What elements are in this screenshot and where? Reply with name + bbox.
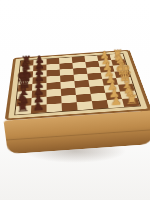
square-e3 bbox=[87, 73, 102, 80]
piece-white-pawn: ♟ bbox=[99, 50, 109, 61]
chess-board: ♜♟♟♜♞♟♟♞♝♟♟♝♚♟♟♚♛♟♟♛♝♟♟♝♞♟♟♞♜♟♟♜ bbox=[14, 53, 141, 115]
chess-box: ♜♟♟♜♞♟♟♞♝♟♟♝♚♟♟♚♛♟♟♛♝♟♟♝♞♟♟♞♜♟♟♜ bbox=[5, 50, 150, 121]
square-c7: ♟ bbox=[32, 90, 47, 98]
square-e7: ♟ bbox=[32, 77, 46, 84]
board-border: ♜♟♟♜♞♟♟♞♝♟♟♝♚♟♟♚♛♟♟♛♝♟♟♝♞♟♟♞♜♟♟♜ bbox=[5, 50, 150, 121]
piece-black-bishop: ♝ bbox=[16, 83, 32, 98]
piece-white-rook: ♜ bbox=[112, 48, 123, 60]
piece-black-rook: ♜ bbox=[20, 54, 32, 66]
chess-set-photo: ♜♟♟♜♞♟♟♞♝♟♟♝♚♟♟♚♛♟♟♛♝♟♟♝♞♟♟♞♜♟♟♜ bbox=[0, 0, 150, 200]
piece-black-pawn: ♟ bbox=[32, 85, 44, 97]
square-a7: ♟ bbox=[31, 104, 47, 113]
square-a3 bbox=[92, 100, 109, 109]
square-a8: ♜ bbox=[15, 105, 31, 114]
square-a5 bbox=[62, 102, 78, 111]
square-e2: ♟ bbox=[101, 72, 116, 79]
piece-black-pawn: ♟ bbox=[34, 54, 45, 65]
square-c4 bbox=[75, 87, 90, 95]
square-c5 bbox=[61, 88, 76, 96]
piece-black-pawn: ♟ bbox=[33, 78, 45, 90]
square-c2: ♟ bbox=[104, 85, 120, 93]
square-c6 bbox=[46, 89, 61, 97]
square-a6 bbox=[46, 103, 62, 112]
square-a2: ♟ bbox=[107, 99, 124, 108]
square-a4 bbox=[77, 101, 93, 110]
square-a1: ♜ bbox=[122, 98, 140, 107]
square-e6 bbox=[46, 76, 60, 83]
